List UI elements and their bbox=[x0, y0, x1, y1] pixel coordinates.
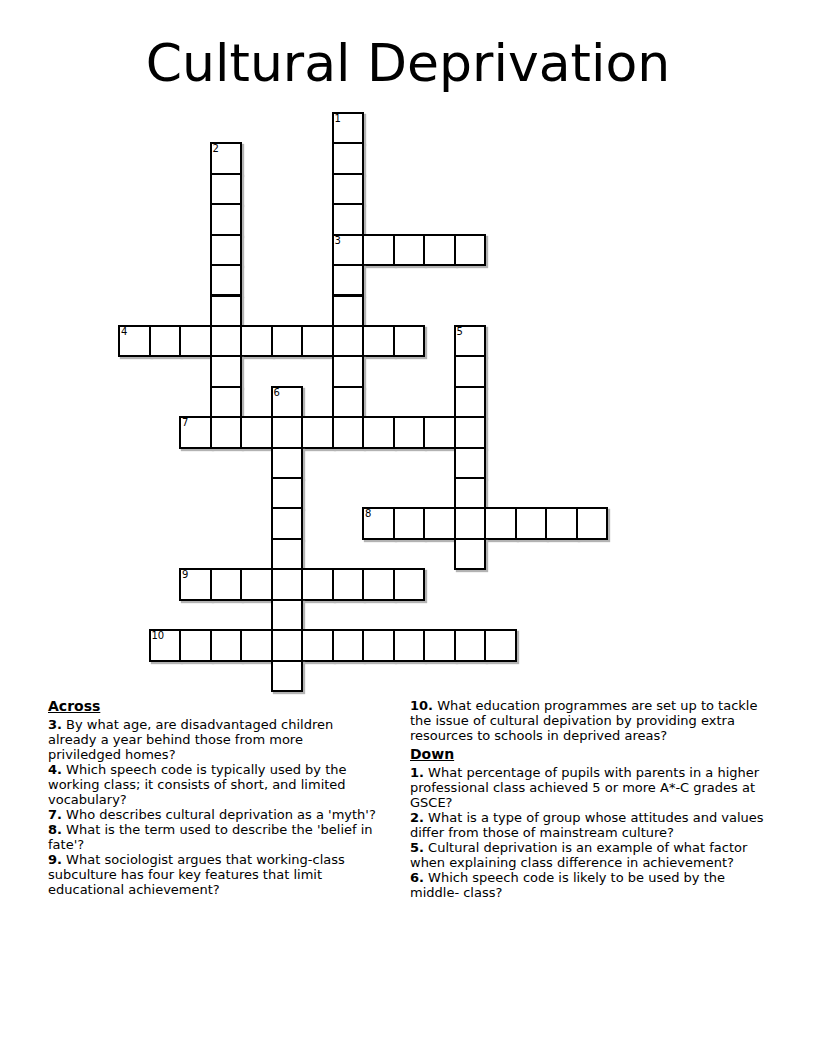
clue-number: 9. bbox=[48, 852, 62, 867]
clue-down-1: 1. What percentage of pupils with parent… bbox=[410, 765, 772, 810]
grid-cell-r10c2[interactable]: 7 bbox=[179, 416, 212, 448]
cell-number-3: 3 bbox=[335, 235, 341, 247]
grid-cell-r10c6[interactable] bbox=[301, 416, 334, 448]
cell-number-9: 9 bbox=[182, 569, 188, 581]
grid-cell-r9c11[interactable] bbox=[454, 386, 487, 418]
grid-cell-r15c7[interactable] bbox=[332, 568, 365, 600]
grid-cell-r17c7[interactable] bbox=[332, 629, 365, 661]
clue-across-7: 7. Who describes cultural deprivation as… bbox=[48, 807, 379, 822]
grid-cell-r8c3[interactable] bbox=[210, 355, 243, 387]
cell-number-7: 7 bbox=[182, 417, 188, 429]
grid-cell-r15c6[interactable] bbox=[301, 568, 334, 600]
grid-cell-r13c5[interactable] bbox=[271, 507, 304, 539]
clues-left-column: Across 3. By what age, are disadvantaged… bbox=[48, 698, 379, 897]
grid-cell-r17c11[interactable] bbox=[454, 629, 487, 661]
grid-cell-r10c7[interactable] bbox=[332, 416, 365, 448]
grid-cell-r7c1[interactable] bbox=[149, 325, 182, 357]
cell-number-8: 8 bbox=[365, 508, 371, 520]
grid-cell-r17c2[interactable] bbox=[179, 629, 212, 661]
clue-down-6: 6. Which speech code is likely to be use… bbox=[410, 870, 772, 900]
grid-cell-r17c4[interactable] bbox=[240, 629, 273, 661]
worksheet-page: Cultural Deprivation 12345678910 Across … bbox=[0, 0, 816, 1056]
grid-cell-r17c6[interactable] bbox=[301, 629, 334, 661]
clue-number: 3. bbox=[48, 717, 62, 732]
grid-cell-r3c3[interactable] bbox=[210, 203, 243, 235]
grid-cell-r2c3[interactable] bbox=[210, 173, 243, 205]
cell-number-2: 2 bbox=[213, 143, 219, 155]
grid-cell-r13c14[interactable] bbox=[545, 507, 578, 539]
grid-cell-r7c9[interactable] bbox=[393, 325, 426, 357]
clue-across-9: 9. What sociologist argues that working-… bbox=[48, 852, 379, 897]
grid-cell-r1c7[interactable] bbox=[332, 142, 365, 174]
grid-cell-r15c4[interactable] bbox=[240, 568, 273, 600]
clue-number: 10. bbox=[410, 698, 433, 713]
grid-cell-r7c7[interactable] bbox=[332, 325, 365, 357]
clue-across-8: 8. What is the term used to describe the… bbox=[48, 822, 379, 852]
grid-cell-r9c3[interactable] bbox=[210, 386, 243, 418]
grid-cell-r7c2[interactable] bbox=[179, 325, 212, 357]
cell-number-6: 6 bbox=[274, 387, 280, 399]
grid-cell-r15c3[interactable] bbox=[210, 568, 243, 600]
clue-number: 7. bbox=[48, 807, 62, 822]
grid-cell-r18c5[interactable] bbox=[271, 660, 304, 692]
crossword-grid: 12345678910 bbox=[118, 112, 610, 694]
grid-cell-r8c7[interactable] bbox=[332, 355, 365, 387]
grid-cell-r7c11[interactable]: 5 bbox=[454, 325, 487, 357]
cell-number-1: 1 bbox=[335, 113, 341, 125]
grid-cell-r13c11[interactable] bbox=[454, 507, 487, 539]
grid-cell-r4c11[interactable] bbox=[454, 234, 487, 266]
down-header: Down bbox=[410, 746, 772, 762]
clue-across-3: 3. By what age, are disadvantaged childr… bbox=[48, 717, 379, 762]
cell-number-4: 4 bbox=[121, 326, 127, 338]
cell-number-5: 5 bbox=[457, 326, 463, 338]
across-header: Across bbox=[48, 698, 379, 714]
grid-cell-r8c11[interactable] bbox=[454, 355, 487, 387]
grid-cell-r9c5[interactable]: 6 bbox=[271, 386, 304, 418]
clue-number: 8. bbox=[48, 822, 62, 837]
grid-cell-r1c3[interactable]: 2 bbox=[210, 142, 243, 174]
grid-cell-r3c7[interactable] bbox=[332, 203, 365, 235]
grid-cell-r12c11[interactable] bbox=[454, 477, 487, 509]
grid-cell-r10c9[interactable] bbox=[393, 416, 426, 448]
grid-cell-r10c4[interactable] bbox=[240, 416, 273, 448]
grid-cell-r13c9[interactable] bbox=[393, 507, 426, 539]
grid-cell-r15c8[interactable] bbox=[362, 568, 395, 600]
grid-cell-r10c10[interactable] bbox=[423, 416, 456, 448]
cell-number-10: 10 bbox=[152, 630, 165, 642]
grid-cell-r17c8[interactable] bbox=[362, 629, 395, 661]
grid-cell-r6c7[interactable] bbox=[332, 295, 365, 327]
grid-cell-r13c15[interactable] bbox=[576, 507, 609, 539]
clue-across-4: 4. Which speech code is typically used b… bbox=[48, 762, 379, 807]
grid-cell-r5c3[interactable] bbox=[210, 264, 243, 296]
grid-cell-r10c11[interactable] bbox=[454, 416, 487, 448]
grid-cell-r7c6[interactable] bbox=[301, 325, 334, 357]
grid-cell-r16c5[interactable] bbox=[271, 599, 304, 631]
grid-cell-r4c9[interactable] bbox=[393, 234, 426, 266]
grid-cell-r7c0[interactable]: 4 bbox=[118, 325, 151, 357]
grid-cell-r11c11[interactable] bbox=[454, 447, 487, 479]
clue-number: 2. bbox=[410, 810, 424, 825]
grid-cell-r13c13[interactable] bbox=[515, 507, 548, 539]
grid-cell-r17c10[interactable] bbox=[423, 629, 456, 661]
grid-cell-r14c11[interactable] bbox=[454, 538, 487, 570]
grid-cell-r15c2[interactable]: 9 bbox=[179, 568, 212, 600]
grid-cell-r10c5[interactable] bbox=[271, 416, 304, 448]
across-clue-list: 3. By what age, are disadvantaged childr… bbox=[48, 717, 379, 897]
clue-number: 1. bbox=[410, 765, 424, 780]
grid-cell-r17c9[interactable] bbox=[393, 629, 426, 661]
grid-cell-r5c7[interactable] bbox=[332, 264, 365, 296]
grid-cell-r13c8[interactable]: 8 bbox=[362, 507, 395, 539]
grid-cell-r2c7[interactable] bbox=[332, 173, 365, 205]
grid-cell-r7c5[interactable] bbox=[271, 325, 304, 357]
grid-cell-r9c7[interactable] bbox=[332, 386, 365, 418]
grid-cell-r7c4[interactable] bbox=[240, 325, 273, 357]
grid-cell-r4c8[interactable] bbox=[362, 234, 395, 266]
grid-cell-r17c3[interactable] bbox=[210, 629, 243, 661]
grid-cell-r4c3[interactable] bbox=[210, 234, 243, 266]
across-clue-list-continued: 10. What education programmes are set up… bbox=[410, 698, 772, 743]
grid-cell-r14c5[interactable] bbox=[271, 538, 304, 570]
grid-cell-r15c5[interactable] bbox=[271, 568, 304, 600]
grid-cell-r13c10[interactable] bbox=[423, 507, 456, 539]
grid-cell-r10c8[interactable] bbox=[362, 416, 395, 448]
page-title: Cultural Deprivation bbox=[0, 33, 816, 93]
grid-cell-r4c7[interactable]: 3 bbox=[332, 234, 365, 266]
clue-across-10: 10. What education programmes are set up… bbox=[410, 698, 772, 743]
grid-cell-r0c7[interactable]: 1 bbox=[332, 112, 365, 144]
grid-cell-r13c12[interactable] bbox=[484, 507, 517, 539]
grid-cell-r4c10[interactable] bbox=[423, 234, 456, 266]
grid-cell-r17c1[interactable]: 10 bbox=[149, 629, 182, 661]
grid-cell-r15c9[interactable] bbox=[393, 568, 426, 600]
clue-number: 4. bbox=[48, 762, 62, 777]
grid-cell-r12c5[interactable] bbox=[271, 477, 304, 509]
grid-cell-r17c5[interactable] bbox=[271, 629, 304, 661]
clue-number: 6. bbox=[410, 870, 424, 885]
grid-cell-r11c5[interactable] bbox=[271, 447, 304, 479]
clues-right-column: 10. What education programmes are set up… bbox=[410, 698, 772, 900]
down-clue-list: 1. What percentage of pupils with parent… bbox=[410, 765, 772, 900]
grid-cell-r10c3[interactable] bbox=[210, 416, 243, 448]
grid-cell-r6c3[interactable] bbox=[210, 295, 243, 327]
clue-down-5: 5. Cultural deprivation is an example of… bbox=[410, 840, 772, 870]
grid-cell-r7c8[interactable] bbox=[362, 325, 395, 357]
grid-cell-r17c12[interactable] bbox=[484, 629, 517, 661]
grid-cell-r7c3[interactable] bbox=[210, 325, 243, 357]
clue-number: 5. bbox=[410, 840, 424, 855]
clue-down-2: 2. What is a type of group whose attitud… bbox=[410, 810, 772, 840]
